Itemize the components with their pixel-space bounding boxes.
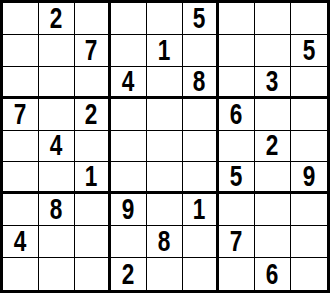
cell-r8c9[interactable] [291, 226, 327, 258]
cell-r9c3[interactable] [75, 258, 111, 290]
cell-r2c6[interactable] [183, 35, 219, 67]
cell-r8c6[interactable] [183, 226, 219, 258]
cell-r9c4[interactable]: 2 [111, 258, 147, 290]
cell-r5c9[interactable] [291, 131, 327, 163]
cell-r7c9[interactable] [291, 194, 327, 226]
cell-r2c5[interactable]: 1 [147, 35, 183, 67]
cell-r1c5[interactable] [147, 3, 183, 35]
given-digit: 9 [122, 195, 135, 224]
given-digit: 3 [266, 67, 279, 96]
cell-r5c1[interactable] [3, 131, 39, 163]
cell-r7c2[interactable]: 8 [39, 194, 75, 226]
cell-r2c3[interactable]: 7 [75, 35, 111, 67]
given-digit: 4 [14, 227, 27, 256]
cell-r2c8[interactable] [255, 35, 291, 67]
given-digit: 4 [122, 67, 135, 96]
cell-r1c4[interactable] [111, 3, 147, 35]
cell-r6c6[interactable] [183, 162, 219, 194]
cell-r2c2[interactable] [39, 35, 75, 67]
cell-r5c5[interactable] [147, 131, 183, 163]
cell-r7c3[interactable] [75, 194, 111, 226]
cell-r1c7[interactable] [219, 3, 255, 35]
cell-r8c3[interactable] [75, 226, 111, 258]
given-digit: 1 [158, 36, 171, 65]
cell-r7c8[interactable] [255, 194, 291, 226]
cell-r6c2[interactable] [39, 162, 75, 194]
given-digit: 2 [85, 100, 98, 129]
given-digit: 1 [85, 162, 98, 191]
cell-r1c6[interactable]: 5 [183, 3, 219, 35]
cell-r3c8[interactable]: 3 [255, 67, 291, 99]
cell-r9c7[interactable] [219, 258, 255, 290]
given-digit: 6 [266, 260, 279, 289]
cell-r8c5[interactable]: 8 [147, 226, 183, 258]
cell-r3c1[interactable] [3, 67, 39, 99]
cell-r4c4[interactable] [111, 99, 147, 131]
cell-r4c7[interactable]: 6 [219, 99, 255, 131]
cell-r4c8[interactable] [255, 99, 291, 131]
cell-r9c6[interactable] [183, 258, 219, 290]
cell-r2c7[interactable] [219, 35, 255, 67]
cell-r3c2[interactable] [39, 67, 75, 99]
cell-r4c9[interactable] [291, 99, 327, 131]
cell-r9c2[interactable] [39, 258, 75, 290]
cell-r1c2[interactable]: 2 [39, 3, 75, 35]
cell-r5c3[interactable] [75, 131, 111, 163]
cell-r7c4[interactable]: 9 [111, 194, 147, 226]
cell-r3c5[interactable] [147, 67, 183, 99]
cell-r8c8[interactable] [255, 226, 291, 258]
cell-r6c7[interactable]: 5 [219, 162, 255, 194]
cell-r3c3[interactable] [75, 67, 111, 99]
cell-r9c8[interactable]: 6 [255, 258, 291, 290]
cell-r7c1[interactable] [3, 194, 39, 226]
given-digit: 9 [303, 162, 316, 191]
given-digit: 8 [50, 195, 63, 224]
cell-r6c5[interactable] [147, 162, 183, 194]
cell-r6c4[interactable] [111, 162, 147, 194]
cell-r6c1[interactable] [3, 162, 39, 194]
given-digit: 8 [158, 227, 171, 256]
given-digit: 2 [122, 260, 135, 289]
cell-r8c7[interactable]: 7 [219, 226, 255, 258]
given-digit: 1 [193, 195, 206, 224]
cell-r3c9[interactable] [291, 67, 327, 99]
cell-r7c6[interactable]: 1 [183, 194, 219, 226]
given-digit: 7 [14, 100, 27, 129]
cell-r4c3[interactable]: 2 [75, 99, 111, 131]
cell-r3c6[interactable]: 8 [183, 67, 219, 99]
cell-r5c7[interactable] [219, 131, 255, 163]
given-digit: 6 [230, 100, 243, 129]
cell-r1c8[interactable] [255, 3, 291, 35]
given-digit: 5 [230, 162, 243, 191]
cell-r9c5[interactable] [147, 258, 183, 290]
given-digit: 5 [193, 4, 206, 33]
cell-r2c9[interactable]: 5 [291, 35, 327, 67]
given-digit: 7 [85, 36, 98, 65]
given-digit: 5 [303, 36, 316, 65]
cell-r1c3[interactable] [75, 3, 111, 35]
cell-r4c1[interactable]: 7 [3, 99, 39, 131]
cell-r1c1[interactable] [3, 3, 39, 35]
cell-r4c6[interactable] [183, 99, 219, 131]
cell-r2c1[interactable] [3, 35, 39, 67]
cell-r2c4[interactable] [111, 35, 147, 67]
cell-r5c2[interactable]: 4 [39, 131, 75, 163]
given-digit: 8 [193, 67, 206, 96]
cell-r9c1[interactable] [3, 258, 39, 290]
cell-r5c4[interactable] [111, 131, 147, 163]
cell-r5c6[interactable] [183, 131, 219, 163]
cell-r5c8[interactable]: 2 [255, 131, 291, 163]
cell-r4c5[interactable] [147, 99, 183, 131]
cell-r8c1[interactable]: 4 [3, 226, 39, 258]
cell-r7c5[interactable] [147, 194, 183, 226]
given-digit: 4 [50, 131, 63, 160]
cell-r3c7[interactable] [219, 67, 255, 99]
cell-r8c4[interactable] [111, 226, 147, 258]
cell-r6c9[interactable]: 9 [291, 162, 327, 194]
given-digit: 2 [50, 4, 63, 33]
cell-r3c4[interactable]: 4 [111, 67, 147, 99]
cell-r6c3[interactable]: 1 [75, 162, 111, 194]
cell-r8c2[interactable] [39, 226, 75, 258]
cell-r9c9[interactable] [291, 258, 327, 290]
given-digit: 7 [230, 227, 243, 256]
cell-r1c9[interactable] [291, 3, 327, 35]
cell-r7c7[interactable] [219, 194, 255, 226]
sudoku-board: 257154837264215989148726 [0, 0, 330, 293]
cell-r4c2[interactable] [39, 99, 75, 131]
given-digit: 2 [266, 131, 279, 160]
cell-r6c8[interactable] [255, 162, 291, 194]
